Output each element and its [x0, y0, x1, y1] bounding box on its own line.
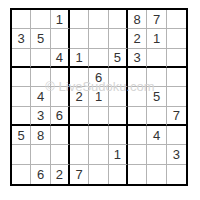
cell-r1c6[interactable] — [109, 10, 128, 29]
cell-r2c3[interactable] — [51, 29, 70, 48]
cell-r2c4[interactable] — [70, 29, 89, 48]
cell-r4c3[interactable] — [51, 68, 70, 87]
cell-r6c1[interactable] — [12, 107, 31, 126]
cell-r7c9[interactable] — [167, 126, 186, 145]
cell-r9c8[interactable] — [147, 165, 166, 184]
cell-r9c6[interactable] — [109, 165, 128, 184]
cell-r7c7[interactable] — [128, 126, 147, 145]
cell-r4c9[interactable] — [167, 68, 186, 87]
sudoku-page: 187352141536421536758413627 © LiveSudoku… — [0, 0, 200, 200]
cell-r1c5[interactable] — [89, 10, 108, 29]
cell-r8c3[interactable] — [51, 145, 70, 164]
cell-r2c8: 1 — [147, 29, 166, 48]
cell-r7c4[interactable] — [70, 126, 89, 145]
cell-r4c7[interactable] — [128, 68, 147, 87]
cell-r7c5[interactable] — [89, 126, 108, 145]
cell-r3c1[interactable] — [12, 49, 31, 68]
cell-r1c9[interactable] — [167, 10, 186, 29]
cell-r9c9[interactable] — [167, 165, 186, 184]
cell-r1c1[interactable] — [12, 10, 31, 29]
cell-r3c3: 4 — [51, 49, 70, 68]
cell-r8c7[interactable] — [128, 145, 147, 164]
cell-r9c3: 2 — [51, 165, 70, 184]
cell-r4c4[interactable] — [70, 68, 89, 87]
cell-r5c2: 4 — [31, 87, 50, 106]
cell-r2c2: 5 — [31, 29, 50, 48]
cell-r6c8[interactable] — [147, 107, 166, 126]
cell-r1c4[interactable] — [70, 10, 89, 29]
cell-r2c1: 3 — [12, 29, 31, 48]
cell-r8c1[interactable] — [12, 145, 31, 164]
cell-r1c7: 8 — [128, 10, 147, 29]
cell-r7c2: 8 — [31, 126, 50, 145]
cell-r4c8[interactable] — [147, 68, 166, 87]
cell-r9c7[interactable] — [128, 165, 147, 184]
cell-r3c2[interactable] — [31, 49, 50, 68]
cell-r5c6[interactable] — [109, 87, 128, 106]
cell-r7c3[interactable] — [51, 126, 70, 145]
cell-r5c8: 5 — [147, 87, 166, 106]
cell-r6c5[interactable] — [89, 107, 108, 126]
cell-r3c8[interactable] — [147, 49, 166, 68]
cell-r1c3: 1 — [51, 10, 70, 29]
cell-r6c4[interactable] — [70, 107, 89, 126]
cell-r8c5[interactable] — [89, 145, 108, 164]
cell-r9c4: 7 — [70, 165, 89, 184]
cell-r8c4[interactable] — [70, 145, 89, 164]
cell-r8c2[interactable] — [31, 145, 50, 164]
cell-r6c9: 7 — [167, 107, 186, 126]
cell-r4c6[interactable] — [109, 68, 128, 87]
cell-r9c2: 6 — [31, 165, 50, 184]
cell-r6c6[interactable] — [109, 107, 128, 126]
cell-r2c6[interactable] — [109, 29, 128, 48]
cell-r5c3[interactable] — [51, 87, 70, 106]
cell-r3c7: 3 — [128, 49, 147, 68]
cell-r6c2: 3 — [31, 107, 50, 126]
cell-r5c9[interactable] — [167, 87, 186, 106]
cell-r1c2[interactable] — [31, 10, 50, 29]
cell-r7c8: 4 — [147, 126, 166, 145]
cell-r4c5: 6 — [89, 68, 108, 87]
cell-r5c7[interactable] — [128, 87, 147, 106]
cell-r2c9[interactable] — [167, 29, 186, 48]
cell-r4c2[interactable] — [31, 68, 50, 87]
cell-r9c5[interactable] — [89, 165, 108, 184]
cell-r8c9: 3 — [167, 145, 186, 164]
cell-r2c7: 2 — [128, 29, 147, 48]
cell-r1c8: 7 — [147, 10, 166, 29]
cell-r5c5: 1 — [89, 87, 108, 106]
cell-r6c3: 6 — [51, 107, 70, 126]
cell-r3c4: 1 — [70, 49, 89, 68]
cell-r8c8[interactable] — [147, 145, 166, 164]
cell-r2c5[interactable] — [89, 29, 108, 48]
cell-r3c6: 5 — [109, 49, 128, 68]
cell-r8c6: 1 — [109, 145, 128, 164]
cell-r4c1[interactable] — [12, 68, 31, 87]
cell-r7c1: 5 — [12, 126, 31, 145]
cell-r5c1[interactable] — [12, 87, 31, 106]
cell-r3c5[interactable] — [89, 49, 108, 68]
sudoku-board: 187352141536421536758413627 — [10, 8, 188, 186]
cell-r9c1[interactable] — [12, 165, 31, 184]
cell-r5c4: 2 — [70, 87, 89, 106]
cell-r3c9[interactable] — [167, 49, 186, 68]
cell-r6c7[interactable] — [128, 107, 147, 126]
cell-r7c6[interactable] — [109, 126, 128, 145]
